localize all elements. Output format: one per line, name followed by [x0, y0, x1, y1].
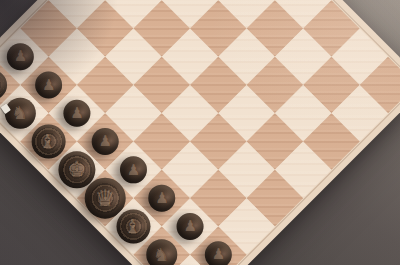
knight-glyph: ♞	[154, 246, 170, 264]
pawn-glyph: ♟	[14, 49, 27, 64]
knight-glyph: ♞	[12, 104, 28, 122]
king-glyph: ♚	[67, 159, 86, 180]
bishop-glyph: ♝	[125, 217, 142, 236]
pawn-glyph: ♟	[127, 162, 140, 177]
pawn-glyph: ♟	[155, 191, 168, 206]
pawn-glyph: ♟	[212, 247, 225, 262]
pawn-glyph: ♟	[183, 219, 196, 234]
bishop-glyph: ♝	[40, 132, 57, 151]
piece-black-pawn-a7: ♟	[199, 236, 237, 265]
price-sticker	[1, 103, 11, 114]
photo-scene: ♟♟♟♟♟♟♟♟♜♞♝♚♛♝♞♜	[0, 0, 400, 265]
pawn-glyph: ♟	[98, 134, 111, 149]
pawn-glyph: ♟	[70, 106, 83, 121]
pawn-glyph: ♟	[42, 77, 55, 92]
queen-glyph: ♛	[95, 187, 116, 210]
